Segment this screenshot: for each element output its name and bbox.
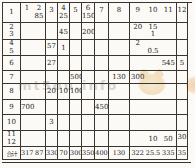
row-label-text: 1 xyxy=(3,9,20,16)
grid-cell xyxy=(21,115,46,131)
grid-cell: 500 xyxy=(70,71,82,84)
grid-cell xyxy=(95,71,109,84)
grid-cell: 6150 xyxy=(82,3,95,23)
grid-cell xyxy=(109,100,130,115)
grid-cell xyxy=(46,131,58,147)
grid-cell: 70 xyxy=(58,147,70,160)
grid-cell xyxy=(177,100,188,115)
scanned-worksheet-page: mt5ou.info 11285342556150789101112234520… xyxy=(0,0,195,168)
row-label: 45 xyxy=(3,40,21,56)
grid-cell xyxy=(21,40,46,56)
value-c3: 330 xyxy=(46,150,58,157)
grid-cell xyxy=(21,23,46,40)
grid-cell xyxy=(82,100,95,115)
table-row: 9700450 xyxy=(3,100,192,115)
value-c1: 1 xyxy=(21,5,33,12)
grid-cell: 700 xyxy=(21,100,46,115)
grid-cell xyxy=(177,84,188,100)
grid-cell xyxy=(109,115,130,131)
value-c7: 450 xyxy=(95,104,108,111)
grid-cell: 1 xyxy=(58,40,70,56)
row-label-text: 9 xyxy=(3,104,20,111)
grid-cell xyxy=(21,71,46,84)
value-c12: 5 xyxy=(177,60,187,67)
value-c9: 20 xyxy=(130,24,145,31)
grid-cell: 20151 xyxy=(130,23,177,40)
table-bottom-rule xyxy=(2,162,191,165)
grid-cell xyxy=(177,71,188,84)
grid-cell xyxy=(70,56,82,71)
grid-cell xyxy=(95,84,109,100)
value-c9: 300 xyxy=(130,74,145,81)
grid-cell: 130 xyxy=(109,71,130,84)
grid-cell xyxy=(82,84,95,100)
value-c11 xyxy=(161,31,176,38)
row-label-text: 3 xyxy=(3,31,20,38)
grid-cell: 20 xyxy=(46,84,58,100)
value-c5: 5 xyxy=(70,7,81,14)
grid-cell xyxy=(46,71,58,84)
grid-cell xyxy=(82,115,95,131)
value-c4: 10 xyxy=(58,88,69,95)
grid-cell: 20.5 xyxy=(130,40,177,56)
grid-cell xyxy=(70,131,82,147)
value-c4: 4 xyxy=(58,5,69,12)
row-label-text: 7 xyxy=(3,74,20,81)
value-c10: 10 xyxy=(145,7,160,14)
grid-cell xyxy=(82,56,95,71)
grid-cell xyxy=(130,100,177,115)
row-label: 6 xyxy=(3,56,21,71)
value-c2: 2 xyxy=(33,5,45,12)
grid-cell xyxy=(58,115,70,131)
grid-cell xyxy=(70,100,82,115)
value-c11 xyxy=(161,40,176,47)
value-c9: 2 xyxy=(130,40,145,47)
row-label: 7 xyxy=(3,71,21,84)
grid-cell: 1285 xyxy=(21,3,46,23)
value-c11: 545 xyxy=(161,60,176,67)
grid-cell xyxy=(109,84,130,100)
value-c10: 0.5 xyxy=(145,48,160,55)
value-c6: 150 xyxy=(82,13,95,20)
grid-cell xyxy=(130,84,177,100)
value-c10 xyxy=(145,60,160,67)
value-c6: 350 xyxy=(82,150,94,157)
grid-cell xyxy=(21,56,46,71)
grid-cell: 31787 xyxy=(21,147,46,160)
grid-cell xyxy=(46,23,58,40)
value-c12: 12 xyxy=(177,7,187,14)
grid-cell: 1050 xyxy=(130,131,177,147)
grid-cell: 450 xyxy=(95,100,109,115)
value-c8: 8 xyxy=(109,7,129,14)
grid-cell: 8 xyxy=(109,3,130,23)
value-c3: 3 xyxy=(46,119,57,126)
grid-cell: 350 xyxy=(82,147,95,160)
value-c4: 25 xyxy=(58,13,69,20)
value-c12: 30 xyxy=(177,134,187,141)
grid-cell: 30 xyxy=(177,131,188,147)
value-c4: 45 xyxy=(58,29,69,36)
value-c12: 35 xyxy=(177,150,187,157)
row-label-text: 10 xyxy=(3,119,20,126)
value-c9 xyxy=(130,60,145,67)
grid-cell xyxy=(82,131,95,147)
grid-cell: 57 xyxy=(46,40,58,56)
row-label-text: 6 xyxy=(3,60,20,67)
grid-cell: 300 xyxy=(70,147,82,160)
grid-cell xyxy=(109,40,130,56)
table-row: 11285342556150789101112 xyxy=(3,3,192,23)
value-c5: 500 xyxy=(70,74,82,81)
row-label: 10 xyxy=(3,115,21,131)
grid-cell xyxy=(109,23,130,40)
row-label-text: 5 xyxy=(3,48,20,55)
value-c1: 700 xyxy=(21,104,34,111)
value-c7: 7 xyxy=(95,7,108,14)
grid-cell: 400 xyxy=(95,147,109,160)
row-label-text: 8 xyxy=(3,88,20,95)
grid-cell: 330 xyxy=(46,147,58,160)
grid-cell: 32225.5335 xyxy=(130,147,177,160)
grid-cell xyxy=(95,23,109,40)
value-c11: 11 xyxy=(161,7,176,14)
value-c10: 1 xyxy=(145,31,160,38)
grid-cell xyxy=(95,131,109,147)
grid-cell: 200 xyxy=(82,23,95,40)
grid-cell: 35 xyxy=(177,147,188,160)
row-label: 1112 xyxy=(3,131,21,147)
grid-cell xyxy=(109,131,130,147)
row-label: 1 xyxy=(3,3,21,23)
value-c8: 130 xyxy=(109,74,129,81)
grid-cell xyxy=(177,40,188,56)
value-c9: 322 xyxy=(130,150,145,157)
value-c4: 1 xyxy=(58,45,69,52)
grid-cell xyxy=(21,84,46,100)
value-c11: 50 xyxy=(161,136,176,143)
value-c5: 100 xyxy=(70,88,82,95)
grid-cell xyxy=(95,56,109,71)
grid-cell: 12 xyxy=(177,3,188,23)
grid-cell: 5 xyxy=(70,3,82,23)
grid-cell xyxy=(177,23,188,40)
grid-cell: 91011 xyxy=(130,3,177,23)
table-row: 103 xyxy=(3,115,192,131)
value-c3: 57 xyxy=(46,43,57,50)
value-c9 xyxy=(130,31,145,38)
value-c4: 70 xyxy=(58,150,69,157)
table-row: 1112105030 xyxy=(3,131,192,147)
value-c2: 87 xyxy=(33,150,45,157)
grid-cell xyxy=(95,40,109,56)
grid-cell xyxy=(70,115,82,131)
grid-cell: 7 xyxy=(95,3,109,23)
table-row: 6275455 xyxy=(3,56,192,71)
grid-cell xyxy=(177,115,188,131)
value-c9: 9 xyxy=(130,7,145,14)
grid-cell xyxy=(70,40,82,56)
row-label-text: 12 xyxy=(3,139,20,146)
value-c11 xyxy=(161,48,176,55)
table-row: 4557120.5 xyxy=(3,40,192,56)
value-c2: 85 xyxy=(33,13,45,20)
value-c3: 3 xyxy=(46,7,57,14)
worksheet-table: 1128534255615078910111223452002015145571… xyxy=(2,2,192,160)
grid-cell xyxy=(58,100,70,115)
grid-cell: 10 xyxy=(58,84,70,100)
table-row: 82010100 xyxy=(3,84,192,100)
value-c9 xyxy=(130,136,145,143)
grid-cell: 5 xyxy=(177,56,188,71)
row-label: 23 xyxy=(3,23,21,40)
grid-cell: 100 xyxy=(70,84,82,100)
grid-cell xyxy=(58,56,70,71)
grid-cell xyxy=(109,56,130,71)
grid-cell xyxy=(95,115,109,131)
row-label: 合计 xyxy=(3,147,21,160)
value-c9 xyxy=(130,48,145,55)
value-c11: 335 xyxy=(161,150,176,157)
row-label: 8 xyxy=(3,84,21,100)
value-c1: 317 xyxy=(21,150,33,157)
value-c5: 300 xyxy=(70,150,82,157)
grid-cell: 425 xyxy=(58,3,70,23)
grid-cell xyxy=(46,100,58,115)
value-c11 xyxy=(161,24,176,31)
grid-cell: 45 xyxy=(58,23,70,40)
value-c7: 400 xyxy=(95,150,108,157)
value-c2 xyxy=(34,104,45,111)
row-label-text: 合计 xyxy=(3,150,20,157)
grid-cell: 545 xyxy=(130,56,177,71)
value-c11 xyxy=(161,74,176,81)
row-label: 9 xyxy=(3,100,21,115)
value-c3: 20 xyxy=(46,88,57,95)
grid-cell xyxy=(82,40,95,56)
value-c10: 25.5 xyxy=(145,150,160,157)
grid-cell: 300 xyxy=(130,71,177,84)
value-c10: 10 xyxy=(145,136,160,143)
grid-cell xyxy=(58,71,70,84)
grid-cell xyxy=(58,131,70,147)
grid-cell xyxy=(82,71,95,84)
value-c1 xyxy=(21,13,33,20)
table-row: 7500130300 xyxy=(3,71,192,84)
grid-cell: 27 xyxy=(46,56,58,71)
grid-cell: 130 xyxy=(109,147,130,160)
value-c6: 6 xyxy=(82,5,94,12)
grid-cell: 3 xyxy=(46,3,58,23)
grid-cell xyxy=(21,131,46,147)
grid-cell xyxy=(130,115,177,131)
table-row: 234520020151 xyxy=(3,23,192,40)
value-c10 xyxy=(145,74,160,81)
value-c3: 27 xyxy=(46,60,57,67)
value-c6: 200 xyxy=(82,29,95,36)
total-row: 合计317873307030035040013032225.533535 xyxy=(3,147,192,160)
grid-cell: 3 xyxy=(46,115,58,131)
value-c8: 130 xyxy=(109,150,129,157)
grid-cell xyxy=(70,23,82,40)
